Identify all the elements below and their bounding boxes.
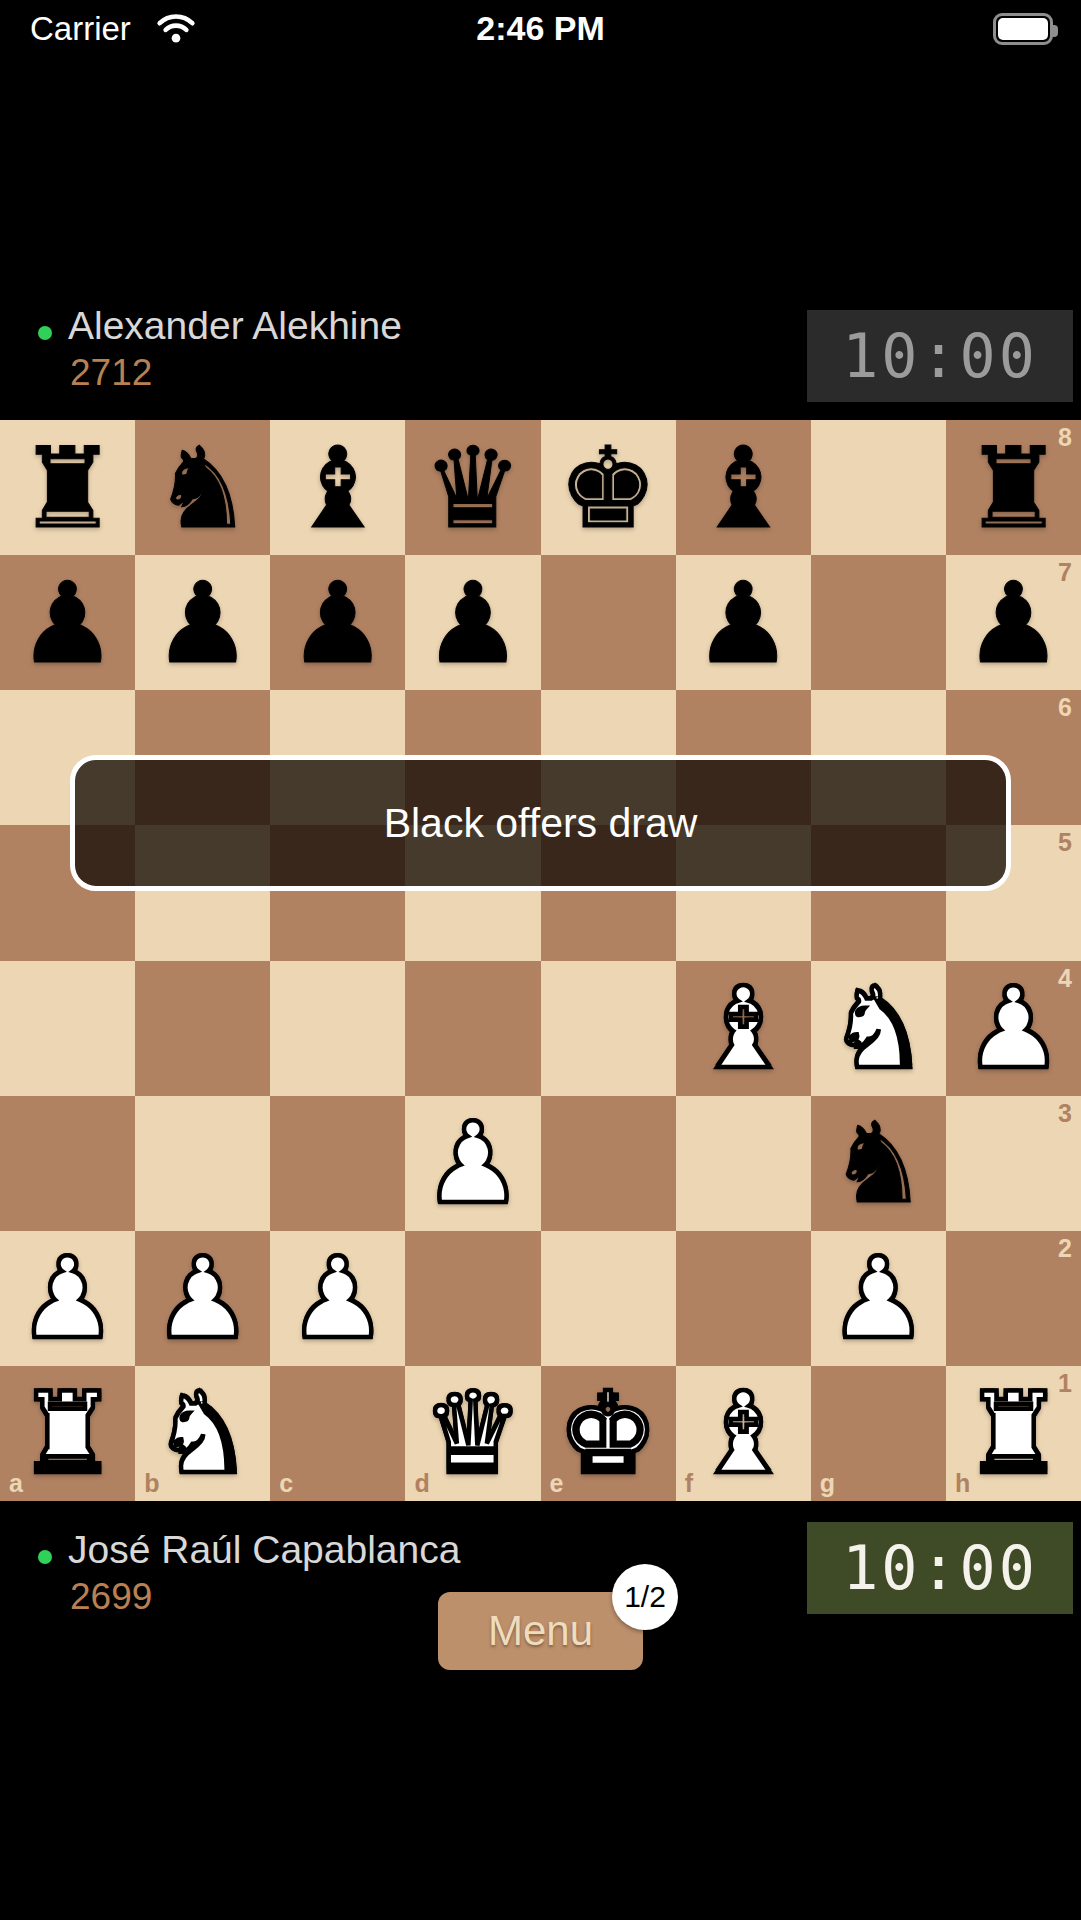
square-b8[interactable]: ♞ (135, 420, 270, 555)
draw-offer-banner: Black offers draw (70, 755, 1011, 891)
piece-white-p-h4: ♟ (963, 972, 1063, 1084)
player-name-white: José Raúl Capablanca (68, 1528, 460, 1572)
file-label-h: h (955, 1471, 970, 1496)
square-d2[interactable] (405, 1231, 540, 1366)
square-f1[interactable]: ♝f (676, 1366, 811, 1501)
piece-black-q-d8: ♛ (423, 432, 523, 544)
square-g8[interactable] (811, 420, 946, 555)
square-f2[interactable] (676, 1231, 811, 1366)
square-e8[interactable]: ♚ (541, 420, 676, 555)
square-h7[interactable]: ♟7 (946, 555, 1081, 690)
square-d4[interactable] (405, 961, 540, 1096)
chess-board: ♜♞♝♛♚♝♜8♟♟♟♟♟♟765♝♞♟4♟♞3♟♟♟♟2♜a♞bc♛d♚e♝f… (0, 420, 1081, 1501)
square-d1[interactable]: ♛d (405, 1366, 540, 1501)
player-rating-black: 2712 (70, 352, 152, 394)
square-c2[interactable]: ♟ (270, 1231, 405, 1366)
file-label-a: a (9, 1471, 23, 1496)
status-time: 2:46 PM (0, 9, 1081, 48)
file-label-g: g (820, 1471, 835, 1496)
piece-black-b-c8: ♝ (288, 432, 388, 544)
square-h4[interactable]: ♟4 (946, 961, 1081, 1096)
piece-black-p-d7: ♟ (423, 567, 523, 679)
square-d8[interactable]: ♛ (405, 420, 540, 555)
piece-white-p-b2: ♟ (152, 1242, 252, 1354)
piece-white-p-c2: ♟ (288, 1242, 388, 1354)
file-label-e: e (550, 1471, 564, 1496)
piece-black-p-b7: ♟ (152, 567, 252, 679)
square-e3[interactable] (541, 1096, 676, 1231)
square-c7[interactable]: ♟ (270, 555, 405, 690)
piece-black-p-h7: ♟ (963, 567, 1063, 679)
piece-white-p-a2: ♟ (17, 1242, 117, 1354)
piece-white-n-g4: ♞ (828, 972, 928, 1084)
square-c3[interactable] (270, 1096, 405, 1231)
rank-label-6: 6 (1058, 695, 1072, 720)
piece-black-k-e8: ♚ (558, 432, 658, 544)
square-d3[interactable]: ♟ (405, 1096, 540, 1231)
draw-offer-text: Black offers draw (384, 800, 698, 847)
rank-label-8: 8 (1058, 425, 1072, 450)
status-bar: Carrier 2:46 PM (0, 0, 1081, 62)
square-b7[interactable]: ♟ (135, 555, 270, 690)
draw-score-badge: 1/2 (612, 1564, 678, 1630)
square-e1[interactable]: ♚e (541, 1366, 676, 1501)
square-a8[interactable]: ♜ (0, 420, 135, 555)
square-e2[interactable] (541, 1231, 676, 1366)
square-g3[interactable]: ♞ (811, 1096, 946, 1231)
player-rating-white: 2699 (70, 1576, 152, 1618)
menu-button-label: Menu (488, 1607, 593, 1655)
square-a4[interactable] (0, 961, 135, 1096)
online-dot (38, 1550, 52, 1564)
square-g1[interactable]: g (811, 1366, 946, 1501)
square-e4[interactable] (541, 961, 676, 1096)
piece-white-r-a1: ♜ (17, 1377, 117, 1489)
square-e7[interactable] (541, 555, 676, 690)
piece-white-b-f1: ♝ (693, 1377, 793, 1489)
square-g2[interactable]: ♟ (811, 1231, 946, 1366)
piece-white-p-g2: ♟ (828, 1242, 928, 1354)
player-row-black: Alexander Alekhine 2712 10:00 (0, 300, 1081, 420)
square-a3[interactable] (0, 1096, 135, 1231)
piece-black-p-f7: ♟ (693, 567, 793, 679)
square-a1[interactable]: ♜a (0, 1366, 135, 1501)
square-b2[interactable]: ♟ (135, 1231, 270, 1366)
piece-white-k-e1: ♚ (558, 1377, 658, 1489)
online-dot (38, 326, 52, 340)
square-c8[interactable]: ♝ (270, 420, 405, 555)
draw-score-text: 1/2 (624, 1580, 666, 1614)
piece-black-n-b8: ♞ (152, 432, 252, 544)
square-c1[interactable]: c (270, 1366, 405, 1501)
file-label-d: d (414, 1471, 429, 1496)
square-a2[interactable]: ♟ (0, 1231, 135, 1366)
square-b3[interactable] (135, 1096, 270, 1231)
rank-label-4: 4 (1058, 966, 1072, 991)
piece-white-b-f4: ♝ (693, 972, 793, 1084)
square-g7[interactable] (811, 555, 946, 690)
piece-black-p-a7: ♟ (17, 567, 117, 679)
square-f3[interactable] (676, 1096, 811, 1231)
battery-icon (993, 13, 1053, 45)
square-f4[interactable]: ♝ (676, 961, 811, 1096)
piece-black-r-h8: ♜ (963, 432, 1063, 544)
file-label-c: c (279, 1471, 293, 1496)
rank-label-1: 1 (1058, 1371, 1072, 1396)
square-a7[interactable]: ♟ (0, 555, 135, 690)
file-label-f: f (685, 1471, 693, 1496)
square-f8[interactable]: ♝ (676, 420, 811, 555)
file-label-b: b (144, 1471, 159, 1496)
square-b1[interactable]: ♞b (135, 1366, 270, 1501)
piece-black-p-c7: ♟ (288, 567, 388, 679)
square-h1[interactable]: ♜1h (946, 1366, 1081, 1501)
square-f7[interactable]: ♟ (676, 555, 811, 690)
piece-black-n-g3: ♞ (828, 1107, 928, 1219)
clock-white: 10:00 (807, 1522, 1073, 1614)
piece-white-n-b1: ♞ (152, 1377, 252, 1489)
piece-white-p-d3: ♟ (423, 1107, 523, 1219)
rank-label-7: 7 (1058, 560, 1072, 585)
clock-black: 10:00 (807, 310, 1073, 402)
rank-label-5: 5 (1058, 830, 1072, 855)
piece-black-r-a8: ♜ (17, 432, 117, 544)
square-g4[interactable]: ♞ (811, 961, 946, 1096)
square-h2[interactable]: 2 (946, 1231, 1081, 1366)
square-d7[interactable]: ♟ (405, 555, 540, 690)
player-name-black: Alexander Alekhine (68, 304, 402, 348)
piece-white-r-h1: ♜ (963, 1377, 1063, 1489)
rank-label-2: 2 (1058, 1236, 1072, 1261)
piece-black-b-f8: ♝ (693, 432, 793, 544)
piece-white-q-d1: ♛ (423, 1377, 523, 1489)
rank-label-3: 3 (1058, 1101, 1072, 1126)
square-h3[interactable]: 3 (946, 1096, 1081, 1231)
square-c4[interactable] (270, 961, 405, 1096)
app-screen: Carrier 2:46 PM Alexander Alekhine 2712 … (0, 0, 1081, 1920)
square-h8[interactable]: ♜8 (946, 420, 1081, 555)
square-b4[interactable] (135, 961, 270, 1096)
